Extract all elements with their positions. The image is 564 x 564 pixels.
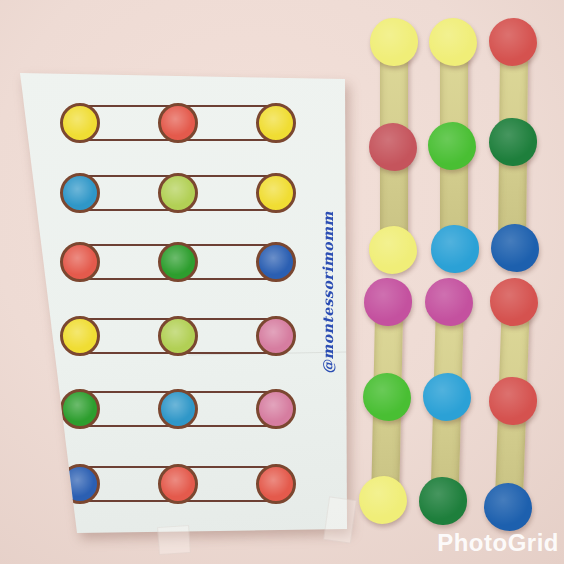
foam-dot-s1p3-yellow[interactable] [369,226,417,274]
foam-dot-s5p2-blue[interactable] [423,373,471,421]
paper-circle-r1c2-red [158,103,198,143]
tape-piece [323,496,357,543]
pattern-worksheet: @montessorimomm [18,62,352,536]
paper-circle-r5c3-pink [256,389,296,429]
paper-circle-r2c2-light-green [158,173,198,213]
foam-dot-s2p2-green[interactable] [428,122,476,170]
tape-piece [157,525,191,555]
foam-dot-s2p3-blue[interactable] [431,225,479,273]
photo-scene: @montessorimomm PhotoGrid [0,0,564,564]
paper-circle-r1c3-yellow [256,103,296,143]
foam-dot-s4p3-yellow[interactable] [359,476,407,524]
foam-dot-s1p2-red-muted[interactable] [369,123,417,171]
paper-circle-r5c1-green [60,389,100,429]
foam-dot-s5p3-dark-green[interactable] [419,477,467,525]
paper-circle-r3c3-dark-blue [256,242,296,282]
paper-circle-r6c2-red [158,464,198,504]
foam-dot-s6p2-red[interactable] [489,377,537,425]
foam-dot-s6p1-red[interactable] [490,278,538,326]
paper-circle-r4c3-pink [256,316,296,356]
foam-dot-s5p1-pink[interactable] [425,278,473,326]
foam-dot-s1p1-yellow[interactable] [370,18,418,66]
paper-circle-r3c1-red [60,242,100,282]
foam-dot-s2p1-yellow[interactable] [429,18,477,66]
signature-handle: @montessorimomm [320,242,340,374]
paper-circle-r3c2-green [158,242,198,282]
paper-circle-r4c1-yellow [60,316,100,356]
foam-dot-s4p1-pink[interactable] [364,278,412,326]
paper-circle-r5c2-blue [158,389,198,429]
paper-circle-r1c1-yellow [60,103,100,143]
paper-circle-r2c3-yellow [256,173,296,213]
paper-circle-r2c1-blue [60,173,100,213]
foam-dot-s4p2-green[interactable] [363,373,411,421]
paper-circle-r6c3-red [256,464,296,504]
photogrid-watermark: PhotoGrid [437,529,559,557]
foam-dot-s3p2-dark-green[interactable] [489,118,537,166]
paper-circle-r6c1-dark-blue [60,464,100,504]
foam-dot-s6p3-dark-blue[interactable] [484,483,532,531]
foam-dot-s3p3-dark-blue[interactable] [491,224,539,272]
foam-dot-s3p1-red[interactable] [489,18,537,66]
paper-circle-r4c2-light-green [158,316,198,356]
